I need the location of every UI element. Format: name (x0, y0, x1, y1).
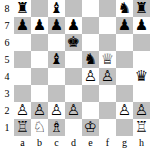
square-d1[interactable] (65, 119, 82, 136)
square-d4[interactable] (65, 68, 82, 85)
square-h3[interactable] (133, 85, 150, 102)
square-f7[interactable] (99, 17, 116, 34)
piece-black-pawn[interactable]: ♟ (16, 17, 29, 34)
piece-white-pawn[interactable]: ♙ (118, 102, 131, 119)
square-e8[interactable] (82, 0, 99, 17)
piece-white-pawn[interactable]: ♙ (135, 102, 148, 119)
square-h1[interactable]: ♖ (133, 119, 150, 136)
rank-label-7: 7 (0, 17, 14, 34)
square-f1[interactable] (99, 119, 116, 136)
square-f4[interactable]: ♙ (99, 68, 116, 85)
square-e7[interactable] (82, 17, 99, 34)
piece-white-knight[interactable]: ♘ (33, 119, 46, 136)
square-e3[interactable] (82, 85, 99, 102)
rank-label-1: 1 (0, 119, 14, 136)
file-label-a: a (14, 136, 31, 149)
square-c6[interactable] (48, 34, 65, 51)
square-d2[interactable]: ♙ (65, 102, 82, 119)
square-g2[interactable]: ♙ (116, 102, 133, 119)
square-f3[interactable] (99, 85, 116, 102)
piece-white-rook[interactable]: ♖ (135, 119, 148, 136)
square-b4[interactable] (31, 68, 48, 85)
square-e1[interactable]: ♔ (82, 119, 99, 136)
square-b2[interactable]: ♙ (31, 102, 48, 119)
square-a2[interactable]: ♙ (14, 102, 31, 119)
square-a1[interactable]: ♖ (14, 119, 31, 136)
square-d7[interactable]: ♟ (65, 17, 82, 34)
square-c1[interactable]: ♗ (48, 119, 65, 136)
square-h2[interactable]: ♙ (133, 102, 150, 119)
square-f6[interactable] (99, 34, 116, 51)
square-a8[interactable]: ♜ (14, 0, 31, 17)
piece-white-pawn[interactable]: ♙ (16, 102, 29, 119)
square-c2[interactable]: ♙ (48, 102, 65, 119)
piece-white-bishop[interactable]: ♗ (50, 119, 63, 136)
square-c7[interactable]: ♟ (48, 17, 65, 34)
square-b3[interactable] (31, 85, 48, 102)
square-d5[interactable] (65, 51, 82, 68)
square-g7[interactable]: ♟ (116, 17, 133, 34)
piece-black-bishop[interactable]: ♝ (50, 51, 63, 68)
square-b5[interactable] (31, 51, 48, 68)
square-a6[interactable] (14, 34, 31, 51)
piece-white-rook[interactable]: ♖ (16, 119, 29, 136)
square-c8[interactable]: ♝ (48, 0, 65, 17)
file-label-f: f (99, 136, 116, 149)
piece-white-pawn[interactable]: ♙ (101, 68, 114, 85)
square-c3[interactable] (48, 85, 65, 102)
square-b1[interactable]: ♘ (31, 119, 48, 136)
square-c4[interactable] (48, 68, 65, 85)
piece-white-king[interactable]: ♔ (84, 119, 97, 136)
square-d3[interactable] (65, 85, 82, 102)
square-b6[interactable] (31, 34, 48, 51)
square-e4[interactable]: ♙ (82, 68, 99, 85)
piece-white-queen[interactable]: ♕ (101, 51, 114, 68)
piece-black-queen[interactable]: ♛ (135, 68, 148, 85)
square-a5[interactable] (14, 51, 31, 68)
square-g5[interactable] (116, 51, 133, 68)
piece-black-pawn[interactable]: ♟ (33, 17, 46, 34)
file-label-h: h (133, 136, 150, 149)
rank-label-8: 8 (0, 0, 14, 17)
piece-black-bishop[interactable]: ♝ (50, 0, 63, 17)
file-label-c: c (48, 136, 65, 149)
file-label-e: e (82, 136, 99, 149)
square-a4[interactable] (14, 68, 31, 85)
board-corner-spacer (0, 136, 14, 149)
chess-board: 8♜♝♞♜7♟♟♟♟♟♟6♚5♝♞♕4♙♙♛32♙♙♙♙♙♙1♖♘♗♔♖abcd… (0, 0, 151, 149)
square-g1[interactable] (116, 119, 133, 136)
piece-black-rook[interactable]: ♜ (16, 0, 29, 17)
piece-white-pawn[interactable]: ♙ (50, 102, 63, 119)
rank-label-6: 6 (0, 34, 14, 51)
rank-label-2: 2 (0, 102, 14, 119)
square-e2[interactable] (82, 102, 99, 119)
square-a7[interactable]: ♟ (14, 17, 31, 34)
square-g4[interactable] (116, 68, 133, 85)
chess-board-screenshot: 8♜♝♞♜7♟♟♟♟♟♟6♚5♝♞♕4♙♙♛32♙♙♙♙♙♙1♖♘♗♔♖abcd… (0, 0, 151, 149)
square-f2[interactable] (99, 102, 116, 119)
piece-white-pawn[interactable]: ♙ (67, 102, 80, 119)
square-h6[interactable] (133, 34, 150, 51)
piece-black-pawn[interactable]: ♟ (50, 17, 63, 34)
square-g8[interactable]: ♞ (116, 0, 133, 17)
square-h4[interactable]: ♛ (133, 68, 150, 85)
piece-black-knight[interactable]: ♞ (118, 0, 131, 17)
square-e5[interactable]: ♞ (82, 51, 99, 68)
square-h5[interactable] (133, 51, 150, 68)
piece-black-knight[interactable]: ♞ (84, 51, 97, 68)
rank-label-4: 4 (0, 68, 14, 85)
piece-black-pawn[interactable]: ♟ (135, 17, 148, 34)
square-e6[interactable] (82, 34, 99, 51)
square-h8[interactable]: ♜ (133, 0, 150, 17)
square-f5[interactable]: ♕ (99, 51, 116, 68)
square-g6[interactable] (116, 34, 133, 51)
rank-label-5: 5 (0, 51, 14, 68)
square-c5[interactable]: ♝ (48, 51, 65, 68)
piece-black-pawn[interactable]: ♟ (67, 17, 80, 34)
piece-black-rook[interactable]: ♜ (135, 0, 148, 17)
piece-white-pawn[interactable]: ♙ (33, 102, 46, 119)
square-g3[interactable] (116, 85, 133, 102)
square-d6[interactable]: ♚ (65, 34, 82, 51)
square-f8[interactable] (99, 0, 116, 17)
square-b7[interactable]: ♟ (31, 17, 48, 34)
file-label-g: g (116, 136, 133, 149)
square-a3[interactable] (14, 85, 31, 102)
file-label-d: d (65, 136, 82, 149)
piece-black-pawn[interactable]: ♟ (118, 17, 131, 34)
square-b8[interactable] (31, 0, 48, 17)
square-d8[interactable] (65, 0, 82, 17)
rank-label-3: 3 (0, 85, 14, 102)
piece-white-pawn[interactable]: ♙ (84, 68, 97, 85)
file-label-b: b (31, 136, 48, 149)
square-h7[interactable]: ♟ (133, 17, 150, 34)
piece-black-king[interactable]: ♚ (67, 34, 80, 51)
